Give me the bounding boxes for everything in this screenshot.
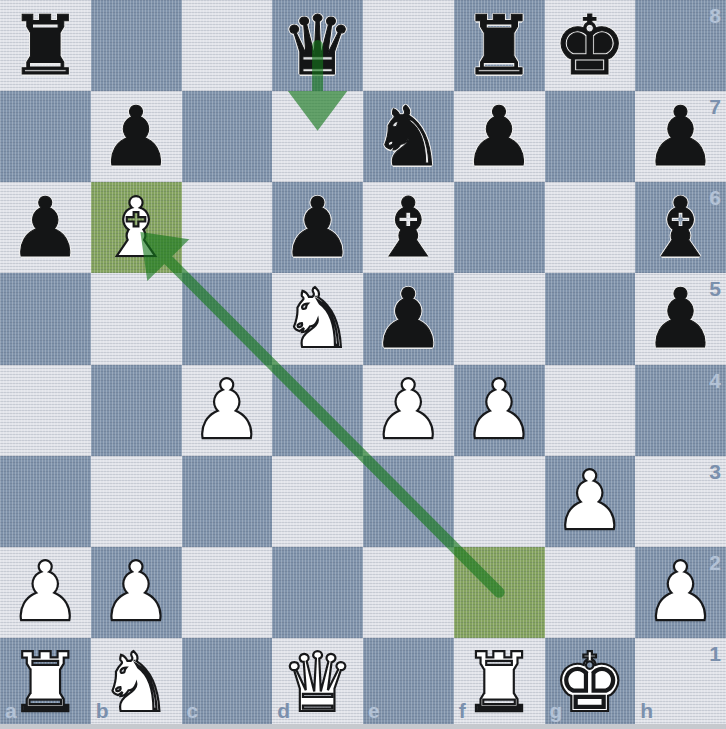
square-a2[interactable]: ♟ [0, 547, 91, 638]
square-h5[interactable]: ♟ [635, 273, 726, 364]
rank-label-3: 3 [709, 460, 721, 484]
piece-black-pawn-b7[interactable]: ♟ [91, 91, 182, 182]
square-h2[interactable]: ♟ [635, 547, 726, 638]
file-label-h: h [640, 699, 653, 723]
square-h7[interactable]: ♟ [635, 91, 726, 182]
square-a5[interactable] [0, 273, 91, 364]
piece-white-pawn-f4[interactable]: ♟ [454, 365, 545, 456]
square-f3[interactable] [454, 456, 545, 547]
square-e4[interactable]: ♟ [363, 365, 454, 456]
square-f1[interactable]: ♜ [454, 638, 545, 729]
square-b7[interactable]: ♟ [91, 91, 182, 182]
piece-black-bishop-h6[interactable]: ♝ [635, 182, 726, 273]
rank-label-8: 8 [709, 4, 721, 28]
piece-black-rook-a8[interactable]: ♜ [0, 0, 91, 91]
square-f2[interactable] [454, 547, 545, 638]
chess-board: ♜♛♜♚♟♞♟♟♟♝♟♝♝♞♟♟♟♟♟♟♟♟♟♜♞♛♜♚ [0, 0, 726, 729]
window-edge-strip [0, 724, 726, 729]
piece-black-queen-d8[interactable]: ♛ [272, 0, 363, 91]
piece-white-queen-d1[interactable]: ♛ [272, 638, 363, 729]
square-e6[interactable]: ♝ [363, 182, 454, 273]
square-g3[interactable]: ♟ [545, 456, 636, 547]
piece-white-pawn-e4[interactable]: ♟ [363, 365, 454, 456]
square-d2[interactable] [272, 547, 363, 638]
square-g8[interactable]: ♚ [545, 0, 636, 91]
square-a3[interactable] [0, 456, 91, 547]
piece-white-pawn-h2[interactable]: ♟ [635, 547, 726, 638]
piece-white-knight-d5[interactable]: ♞ [272, 273, 363, 364]
square-b6[interactable]: ♝ [91, 182, 182, 273]
piece-white-pawn-a2[interactable]: ♟ [0, 547, 91, 638]
piece-black-pawn-a6[interactable]: ♟ [0, 182, 91, 273]
piece-black-pawn-h5[interactable]: ♟ [635, 273, 726, 364]
square-a1[interactable]: ♜ [0, 638, 91, 729]
square-g6[interactable] [545, 182, 636, 273]
square-e2[interactable] [363, 547, 454, 638]
rank-label-4: 4 [709, 369, 721, 393]
piece-white-pawn-c4[interactable]: ♟ [182, 365, 273, 456]
square-a4[interactable] [0, 365, 91, 456]
square-c4[interactable]: ♟ [182, 365, 273, 456]
piece-white-pawn-b2[interactable]: ♟ [91, 547, 182, 638]
square-b5[interactable] [91, 273, 182, 364]
square-b1[interactable]: ♞ [91, 638, 182, 729]
piece-black-pawn-f7[interactable]: ♟ [454, 91, 545, 182]
square-h6[interactable]: ♝ [635, 182, 726, 273]
square-f8[interactable]: ♜ [454, 0, 545, 91]
square-d7[interactable] [272, 91, 363, 182]
square-d3[interactable] [272, 456, 363, 547]
square-d6[interactable]: ♟ [272, 182, 363, 273]
square-g1[interactable]: ♚ [545, 638, 636, 729]
square-g5[interactable] [545, 273, 636, 364]
piece-white-pawn-g3[interactable]: ♟ [545, 456, 636, 547]
square-b8[interactable] [91, 0, 182, 91]
file-label-c: c [187, 699, 199, 723]
piece-white-rook-a1[interactable]: ♜ [0, 638, 91, 729]
square-e8[interactable] [363, 0, 454, 91]
square-e3[interactable] [363, 456, 454, 547]
square-a7[interactable] [0, 91, 91, 182]
square-g4[interactable] [545, 365, 636, 456]
piece-black-pawn-h7[interactable]: ♟ [635, 91, 726, 182]
piece-white-king-g1[interactable]: ♚ [545, 638, 636, 729]
square-g7[interactable] [545, 91, 636, 182]
chess-board-app: ♜♛♜♚♟♞♟♟♟♝♟♝♝♞♟♟♟♟♟♟♟♟♟♜♞♛♜♚ 87654321abc… [0, 0, 726, 729]
square-c2[interactable] [182, 547, 273, 638]
square-g2[interactable] [545, 547, 636, 638]
square-f7[interactable]: ♟ [454, 91, 545, 182]
square-c7[interactable] [182, 91, 273, 182]
piece-black-rook-f8[interactable]: ♜ [454, 0, 545, 91]
piece-black-knight-e7[interactable]: ♞ [363, 91, 454, 182]
square-b3[interactable] [91, 456, 182, 547]
square-f5[interactable] [454, 273, 545, 364]
square-b4[interactable] [91, 365, 182, 456]
square-d4[interactable] [272, 365, 363, 456]
square-c5[interactable] [182, 273, 273, 364]
piece-white-knight-b1[interactable]: ♞ [91, 638, 182, 729]
square-e5[interactable]: ♟ [363, 273, 454, 364]
rank-label-1: 1 [709, 642, 721, 666]
piece-white-rook-f1[interactable]: ♜ [454, 638, 545, 729]
square-d1[interactable]: ♛ [272, 638, 363, 729]
piece-black-bishop-e6[interactable]: ♝ [363, 182, 454, 273]
piece-white-bishop-b6[interactable]: ♝ [91, 182, 182, 273]
square-a8[interactable]: ♜ [0, 0, 91, 91]
square-c3[interactable] [182, 456, 273, 547]
square-d8[interactable]: ♛ [272, 0, 363, 91]
square-f4[interactable]: ♟ [454, 365, 545, 456]
square-a6[interactable]: ♟ [0, 182, 91, 273]
square-c6[interactable] [182, 182, 273, 273]
piece-black-pawn-e5[interactable]: ♟ [363, 273, 454, 364]
square-f6[interactable] [454, 182, 545, 273]
piece-black-pawn-d6[interactable]: ♟ [272, 182, 363, 273]
square-b2[interactable]: ♟ [91, 547, 182, 638]
square-e7[interactable]: ♞ [363, 91, 454, 182]
piece-black-king-g8[interactable]: ♚ [545, 0, 636, 91]
square-c8[interactable] [182, 0, 273, 91]
file-label-e: e [368, 699, 380, 723]
square-d5[interactable]: ♞ [272, 273, 363, 364]
